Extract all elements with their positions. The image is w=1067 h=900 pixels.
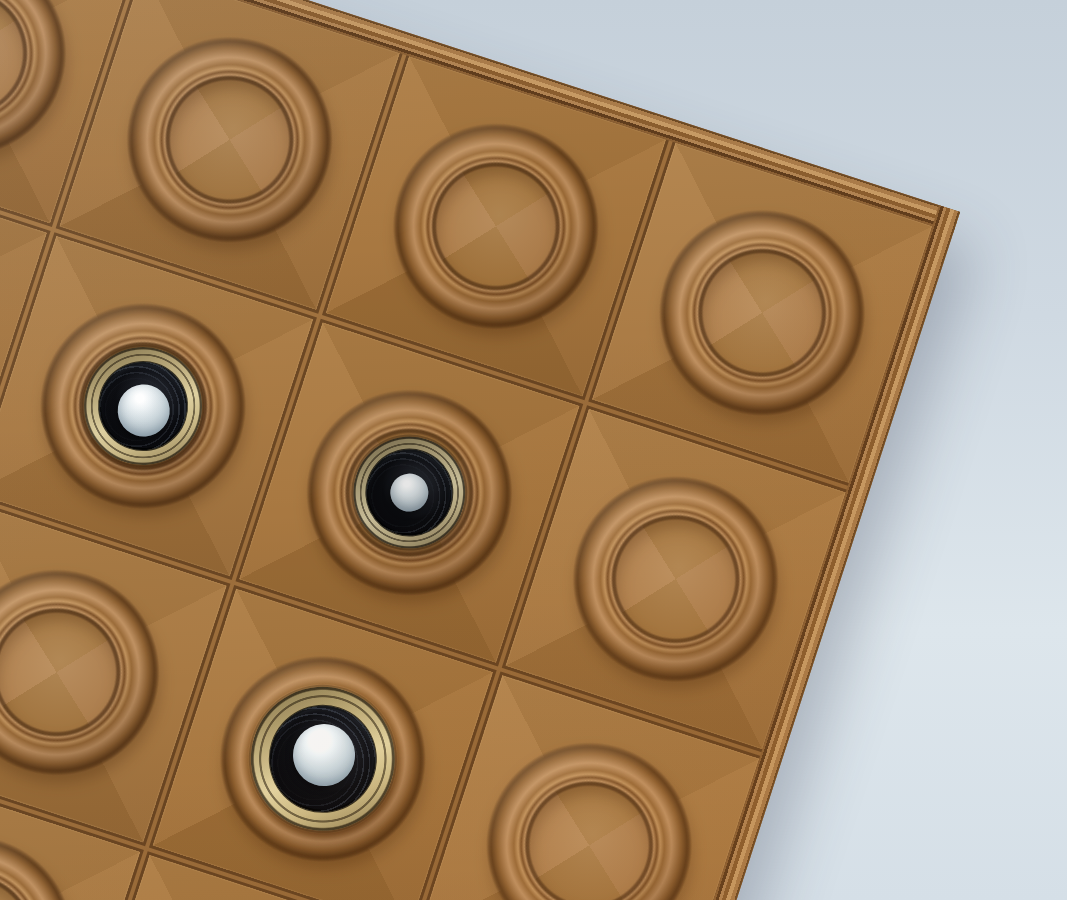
wood-ring	[546, 449, 806, 709]
wood-ring	[632, 183, 892, 443]
lens-glass	[256, 692, 390, 826]
wood-ring	[0, 0, 93, 183]
wood-ring	[100, 10, 360, 270]
photo-stage	[0, 0, 1067, 900]
lens-glass	[355, 438, 463, 546]
lens-glass	[88, 351, 199, 462]
wood-ring	[0, 543, 186, 803]
wood-ring	[366, 96, 626, 356]
wood-ring	[459, 716, 719, 900]
